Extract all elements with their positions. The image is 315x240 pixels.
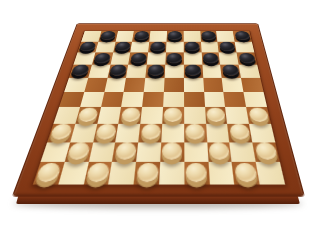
board-square[interactable]: [203, 78, 224, 92]
board-square[interactable]: [204, 92, 226, 107]
board-square[interactable]: [167, 31, 184, 41]
board-square[interactable]: [165, 65, 184, 78]
piece-black-man[interactable]: [185, 65, 201, 76]
board-square[interactable]: [227, 124, 252, 142]
board-square[interactable]: [184, 78, 204, 92]
piece-black-man[interactable]: [147, 65, 164, 76]
board-square[interactable]: [129, 53, 149, 65]
board-square[interactable]: [244, 92, 267, 107]
board-square[interactable]: [134, 162, 160, 184]
board-square[interactable]: [201, 41, 219, 52]
board-square[interactable]: [222, 78, 244, 92]
board-square[interactable]: [237, 53, 257, 65]
board-square[interactable]: [184, 53, 202, 65]
piece-white-man[interactable]: [164, 107, 183, 121]
board-square[interactable]: [225, 107, 249, 124]
board-square[interactable]: [140, 107, 163, 124]
piece-black-man[interactable]: [168, 31, 183, 40]
board-square[interactable]: [88, 142, 115, 162]
piece-black-man[interactable]: [114, 42, 131, 52]
board-square[interactable]: [246, 107, 271, 124]
photo-background: [0, 0, 315, 240]
board-square[interactable]: [205, 107, 228, 124]
piece-white-man[interactable]: [208, 142, 230, 159]
board-square[interactable]: [115, 31, 134, 41]
board-square[interactable]: [184, 124, 207, 142]
board-square[interactable]: [104, 78, 126, 92]
board-square[interactable]: [208, 162, 235, 184]
board-square[interactable]: [165, 53, 183, 65]
board-square[interactable]: [163, 92, 184, 107]
board-square[interactable]: [110, 53, 130, 65]
piece-black-man[interactable]: [109, 65, 127, 76]
piece-white-man[interactable]: [162, 142, 182, 159]
board-square[interactable]: [252, 142, 279, 162]
board-square[interactable]: [132, 31, 150, 41]
board-square[interactable]: [107, 65, 128, 78]
piece-white-man[interactable]: [186, 163, 208, 182]
board-square[interactable]: [126, 65, 147, 78]
board-square[interactable]: [241, 78, 263, 92]
board-square[interactable]: [256, 162, 285, 184]
board-square[interactable]: [218, 41, 237, 52]
board-square[interactable]: [184, 92, 205, 107]
board-square[interactable]: [149, 31, 167, 41]
piece-black-man[interactable]: [150, 42, 166, 52]
board-square[interactable]: [93, 124, 119, 142]
piece-white-man[interactable]: [140, 124, 160, 140]
piece-black-man[interactable]: [219, 42, 235, 52]
board-square[interactable]: [184, 162, 209, 184]
board-square[interactable]: [142, 92, 164, 107]
piece-white-man[interactable]: [248, 107, 269, 121]
board-square[interactable]: [145, 65, 165, 78]
board-square[interactable]: [119, 107, 143, 124]
board-square[interactable]: [184, 41, 202, 52]
board-square[interactable]: [112, 142, 138, 162]
board-square[interactable]: [219, 53, 239, 65]
board-square[interactable]: [206, 124, 230, 142]
board-square[interactable]: [113, 41, 133, 52]
piece-black-man[interactable]: [79, 42, 97, 52]
piece-black-man[interactable]: [238, 53, 256, 63]
board-square[interactable]: [136, 142, 161, 162]
board-square[interactable]: [101, 92, 124, 107]
piece-black-man[interactable]: [234, 31, 250, 40]
board-square[interactable]: [184, 107, 206, 124]
piece-black-man[interactable]: [134, 31, 150, 40]
board-square[interactable]: [239, 65, 260, 78]
board-square[interactable]: [166, 41, 184, 52]
board-square[interactable]: [97, 107, 122, 124]
piece-black-man[interactable]: [100, 31, 117, 40]
board-square[interactable]: [147, 53, 166, 65]
board-square[interactable]: [148, 41, 166, 52]
piece-white-man[interactable]: [77, 107, 99, 121]
piece-black-man[interactable]: [167, 53, 183, 63]
board-square[interactable]: [159, 162, 184, 184]
board-square[interactable]: [162, 107, 184, 124]
piece-white-man[interactable]: [114, 142, 136, 159]
piece-white-man[interactable]: [95, 124, 117, 140]
board-frame: [12, 23, 305, 197]
board-3d-wrapper: [12, 23, 305, 197]
piece-white-man[interactable]: [234, 163, 258, 182]
piece-black-man[interactable]: [185, 42, 200, 52]
board-square[interactable]: [124, 78, 145, 92]
board-square[interactable]: [184, 65, 203, 78]
board-square[interactable]: [83, 162, 112, 184]
board-square[interactable]: [131, 41, 150, 52]
board-square[interactable]: [201, 53, 220, 65]
board-square[interactable]: [109, 162, 137, 184]
board-square[interactable]: [249, 124, 275, 142]
board-square[interactable]: [138, 124, 162, 142]
piece-black-man[interactable]: [222, 65, 240, 76]
piece-white-man[interactable]: [136, 163, 159, 182]
board-square[interactable]: [200, 31, 218, 41]
board-square[interactable]: [216, 31, 234, 41]
piece-white-man[interactable]: [229, 124, 250, 140]
piece-black-man[interactable]: [93, 53, 111, 63]
piece-white-man[interactable]: [121, 107, 141, 121]
board-square[interactable]: [116, 124, 141, 142]
board-square[interactable]: [235, 41, 255, 52]
piece-white-man[interactable]: [50, 124, 74, 140]
piece-white-man[interactable]: [67, 142, 91, 159]
piece-white-man[interactable]: [206, 107, 226, 121]
board-square[interactable]: [160, 142, 184, 162]
piece-black-man[interactable]: [71, 65, 91, 76]
draughts-board: [33, 31, 285, 184]
piece-white-man[interactable]: [86, 163, 111, 182]
board-square[interactable]: [233, 31, 252, 41]
board-square[interactable]: [184, 31, 201, 41]
board-square[interactable]: [224, 92, 247, 107]
board-square[interactable]: [164, 78, 184, 92]
board-square[interactable]: [220, 65, 241, 78]
board-square[interactable]: [144, 78, 165, 92]
piece-black-man[interactable]: [130, 53, 147, 63]
board-square[interactable]: [184, 142, 208, 162]
piece-white-man[interactable]: [254, 142, 278, 159]
board-square[interactable]: [121, 92, 143, 107]
board-square[interactable]: [202, 65, 222, 78]
piece-white-man[interactable]: [185, 124, 205, 140]
board-square[interactable]: [207, 142, 232, 162]
board-square[interactable]: [161, 124, 184, 142]
piece-black-man[interactable]: [201, 31, 216, 40]
piece-black-man[interactable]: [203, 53, 219, 63]
